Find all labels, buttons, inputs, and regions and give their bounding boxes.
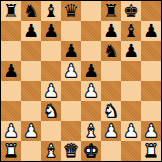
piece-white-queen[interactable]: ♛: [63, 141, 79, 161]
square-d5[interactable]: ♟: [61, 61, 81, 81]
square-d2[interactable]: [61, 121, 81, 141]
square-f2[interactable]: ♟: [101, 121, 121, 141]
square-b6[interactable]: [21, 41, 41, 61]
square-a5[interactable]: ♟: [1, 61, 21, 81]
square-f7[interactable]: ♟: [101, 21, 121, 41]
piece-black-bishop[interactable]: ♝: [123, 21, 139, 41]
square-a6[interactable]: [1, 41, 21, 61]
square-f1[interactable]: [101, 141, 121, 161]
square-a8[interactable]: ♜: [1, 1, 21, 21]
square-g3[interactable]: [121, 101, 141, 121]
square-b5[interactable]: [21, 61, 41, 81]
square-b4[interactable]: [21, 81, 41, 101]
piece-white-bishop[interactable]: ♝: [83, 121, 99, 141]
piece-black-pawn[interactable]: ♟: [103, 21, 119, 41]
piece-black-pawn[interactable]: ♟: [123, 41, 139, 61]
piece-black-rook[interactable]: ♜: [3, 1, 19, 21]
square-g7[interactable]: ♝: [121, 21, 141, 41]
square-a2[interactable]: ♟: [1, 121, 21, 141]
square-h3[interactable]: [141, 101, 161, 121]
square-a7[interactable]: [1, 21, 21, 41]
square-d6[interactable]: ♟: [61, 41, 81, 61]
square-g5[interactable]: [121, 61, 141, 81]
square-g8[interactable]: ♚: [121, 1, 141, 21]
piece-white-pawn[interactable]: ♟: [103, 121, 119, 141]
square-h5[interactable]: [141, 61, 161, 81]
square-h6[interactable]: [141, 41, 161, 61]
square-e8[interactable]: [81, 1, 101, 21]
piece-white-pawn[interactable]: ♟: [43, 81, 59, 101]
square-a4[interactable]: [1, 81, 21, 101]
piece-white-rook[interactable]: ♜: [3, 141, 19, 161]
piece-white-knight[interactable]: ♞: [43, 101, 59, 121]
square-h7[interactable]: ♟: [141, 21, 161, 41]
piece-white-pawn[interactable]: ♟: [143, 121, 159, 141]
square-g2[interactable]: ♟: [121, 121, 141, 141]
square-c7[interactable]: ♟: [41, 21, 61, 41]
square-e4[interactable]: ♟: [81, 81, 101, 101]
square-h4[interactable]: [141, 81, 161, 101]
square-c6[interactable]: [41, 41, 61, 61]
square-h8[interactable]: [141, 1, 161, 21]
square-h2[interactable]: ♟: [141, 121, 161, 141]
square-b2[interactable]: ♟: [21, 121, 41, 141]
square-e3[interactable]: [81, 101, 101, 121]
piece-black-pawn[interactable]: ♟: [43, 21, 59, 41]
square-c8[interactable]: ♝: [41, 1, 61, 21]
square-e5[interactable]: ♟: [81, 61, 101, 81]
square-d8[interactable]: ♛: [61, 1, 81, 21]
square-d1[interactable]: ♛: [61, 141, 81, 161]
square-c3[interactable]: ♞: [41, 101, 61, 121]
piece-black-queen[interactable]: ♛: [63, 1, 79, 21]
square-d3[interactable]: [61, 101, 81, 121]
piece-black-bishop[interactable]: ♝: [43, 1, 59, 21]
piece-black-knight[interactable]: ♞: [23, 1, 39, 21]
square-e1[interactable]: ♚: [81, 141, 101, 161]
square-g1[interactable]: [121, 141, 141, 161]
square-e2[interactable]: ♝: [81, 121, 101, 141]
square-b3[interactable]: [21, 101, 41, 121]
square-f5[interactable]: [101, 61, 121, 81]
piece-black-rook[interactable]: ♜: [103, 1, 119, 21]
piece-white-pawn[interactable]: ♟: [23, 121, 39, 141]
square-c5[interactable]: [41, 61, 61, 81]
piece-black-pawn[interactable]: ♟: [83, 61, 99, 81]
piece-white-knight[interactable]: ♞: [103, 101, 119, 121]
square-d7[interactable]: [61, 21, 81, 41]
square-h1[interactable]: ♜: [141, 141, 161, 161]
square-b7[interactable]: ♟: [21, 21, 41, 41]
piece-black-pawn[interactable]: ♟: [63, 41, 79, 61]
piece-white-king[interactable]: ♚: [83, 141, 99, 161]
piece-white-rook[interactable]: ♜: [143, 141, 159, 161]
square-a1[interactable]: ♜: [1, 141, 21, 161]
square-c2[interactable]: [41, 121, 61, 141]
square-g4[interactable]: [121, 81, 141, 101]
piece-white-pawn[interactable]: ♟: [3, 121, 19, 141]
square-f3[interactable]: ♞: [101, 101, 121, 121]
chess-board: ♜♞♝♛♜♚♟♟♟♝♟♟♞♟♟♟♟♟♟♞♞♟♟♝♟♟♟♜♝♛♚♜: [0, 0, 162, 162]
square-b1[interactable]: [21, 141, 41, 161]
square-d4[interactable]: [61, 81, 81, 101]
square-c1[interactable]: ♝: [41, 141, 61, 161]
square-f4[interactable]: [101, 81, 121, 101]
square-g6[interactable]: ♟: [121, 41, 141, 61]
square-e7[interactable]: [81, 21, 101, 41]
square-e6[interactable]: [81, 41, 101, 61]
square-c4[interactable]: ♟: [41, 81, 61, 101]
piece-white-pawn[interactable]: ♟: [123, 121, 139, 141]
square-b8[interactable]: ♞: [21, 1, 41, 21]
square-f8[interactable]: ♜: [101, 1, 121, 21]
piece-black-king[interactable]: ♚: [123, 1, 139, 21]
piece-white-pawn[interactable]: ♟: [83, 81, 99, 101]
piece-black-knight[interactable]: ♞: [103, 41, 119, 61]
piece-white-bishop[interactable]: ♝: [43, 141, 59, 161]
piece-black-pawn[interactable]: ♟: [23, 21, 39, 41]
square-a3[interactable]: [1, 101, 21, 121]
piece-white-pawn[interactable]: ♟: [63, 61, 79, 81]
piece-black-pawn[interactable]: ♟: [143, 21, 159, 41]
piece-black-pawn[interactable]: ♟: [3, 61, 19, 81]
square-f6[interactable]: ♞: [101, 41, 121, 61]
